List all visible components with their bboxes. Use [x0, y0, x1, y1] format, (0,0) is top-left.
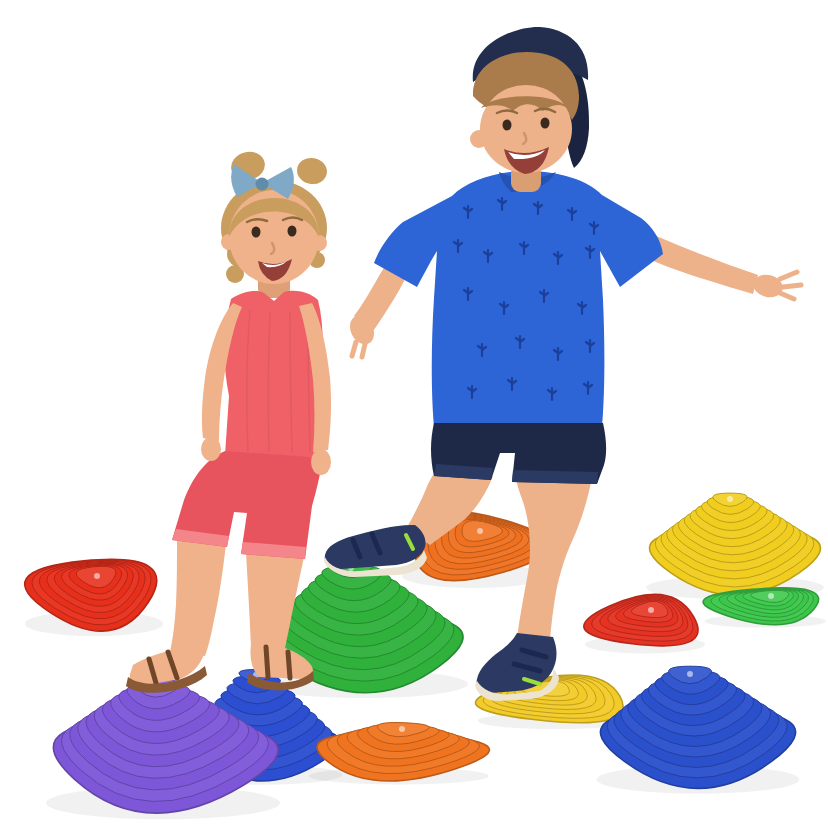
boy-head: [470, 27, 589, 192]
girl-eye-left: [252, 227, 261, 238]
stepping-stone-red-far-left: [25, 559, 163, 636]
girl-shorts: [172, 451, 323, 559]
boy-shorts: [431, 423, 606, 484]
girl-left-sandal: [126, 650, 207, 693]
boy-eye-right: [541, 118, 550, 129]
boy-left-arm: [646, 233, 801, 300]
girl-hair-bun-right: [295, 156, 329, 187]
product-photo: [0, 0, 828, 828]
boy-eye-left: [503, 120, 512, 131]
girl-left-leg: [170, 538, 226, 656]
stepping-stone-blue-pyramid-right: [597, 666, 800, 793]
boy-shirt: [374, 171, 663, 427]
product-photo-canvas: Two smiling children balancing on a set …: [0, 0, 828, 828]
stepping-stone-yellow-pyramid-right: [646, 493, 824, 599]
stepping-stone-red-center: [584, 594, 705, 653]
stepping-stone-orange-bottom: [309, 723, 489, 785]
boy-left-sneaker: [475, 633, 559, 701]
stepping-stone-green-small-right: [703, 588, 825, 628]
girl-eye-right: [288, 226, 297, 237]
